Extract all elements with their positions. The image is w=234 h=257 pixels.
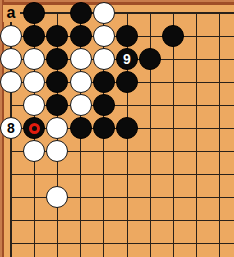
black-stone [46,25,68,47]
black-stone: 9 [116,48,138,70]
white-stone [0,71,22,93]
black-stone [93,94,115,116]
white-stone [0,25,22,47]
point-label-a: a [3,5,20,22]
move-number-9: 9 [123,52,131,66]
white-stone [46,140,68,162]
move-number-8: 8 [7,121,15,135]
black-stone [116,25,138,47]
black-stone [70,2,92,24]
black-stone [23,117,45,139]
black-stone [116,71,138,93]
go-diagram: a98 [0,0,234,257]
black-stone [93,117,115,139]
white-stone [93,25,115,47]
go-board: a98 [0,0,234,257]
black-stone [46,71,68,93]
grid-line-horizontal [10,174,234,175]
white-stone [46,117,68,139]
black-stone [46,94,68,116]
white-stone [70,48,92,70]
black-stone [139,48,161,70]
grid-line-horizontal [10,197,234,198]
black-stone [23,25,45,47]
white-stone [93,2,115,24]
black-stone [162,25,184,47]
circle-mark [29,123,40,134]
grid-line-horizontal [10,220,234,221]
black-stone [116,117,138,139]
black-stone [70,25,92,47]
white-stone [23,94,45,116]
white-stone [70,71,92,93]
white-stone [23,140,45,162]
white-stone: 8 [0,117,22,139]
white-stone [93,48,115,70]
black-stone [46,48,68,70]
white-stone [46,186,68,208]
white-stone [23,71,45,93]
grid-line-horizontal [10,243,234,244]
white-stone [23,48,45,70]
black-stone [93,71,115,93]
white-stone [70,94,92,116]
white-stone [0,48,22,70]
black-stone [70,117,92,139]
black-stone [23,2,45,24]
